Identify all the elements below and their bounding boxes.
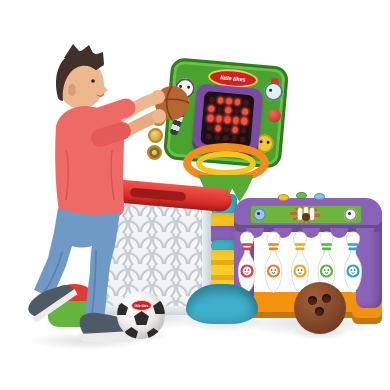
child-eye (91, 79, 95, 83)
child-figure (0, 0, 390, 390)
child-ear (68, 84, 76, 96)
child-hand (151, 90, 165, 104)
child-sleeve (100, 131, 122, 138)
soccer-patch (134, 311, 149, 325)
soccer-ball: little tikes (117, 291, 165, 339)
child-sleeve (102, 108, 126, 116)
child-shirt (55, 106, 124, 221)
soccer-patch (117, 303, 128, 315)
product-photo-scene: little tikes (0, 0, 390, 390)
brand-logo: little tikes (131, 300, 152, 311)
child-hand (152, 109, 166, 123)
